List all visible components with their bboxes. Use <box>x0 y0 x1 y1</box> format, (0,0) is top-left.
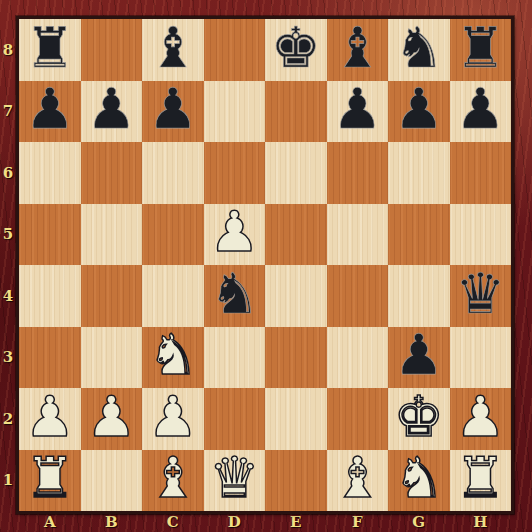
black-bishop[interactable]: ♝ <box>148 20 198 76</box>
square-e1[interactable] <box>265 450 327 512</box>
square-f1[interactable]: ♝ <box>327 450 389 512</box>
square-b4[interactable] <box>81 265 143 327</box>
square-d6[interactable] <box>204 142 266 204</box>
white-pawn[interactable]: ♟ <box>25 389 75 445</box>
square-e5[interactable] <box>265 204 327 266</box>
square-g5[interactable] <box>388 204 450 266</box>
square-g3[interactable]: ♟ <box>388 327 450 389</box>
rank-label-7: 7 <box>0 81 16 143</box>
square-d7[interactable] <box>204 81 266 143</box>
square-h2[interactable]: ♟ <box>450 388 512 450</box>
square-h7[interactable]: ♟ <box>450 81 512 143</box>
black-rook[interactable]: ♜ <box>25 20 75 76</box>
white-bishop[interactable]: ♝ <box>148 450 198 506</box>
file-labels: ABCDEFGH <box>19 512 511 531</box>
file-label-g: G <box>388 512 450 531</box>
black-pawn[interactable]: ♟ <box>332 81 382 137</box>
square-f8[interactable]: ♝ <box>327 19 389 81</box>
white-pawn[interactable]: ♟ <box>148 389 198 445</box>
square-d3[interactable] <box>204 327 266 389</box>
square-g8[interactable]: ♞ <box>388 19 450 81</box>
file-label-c: C <box>142 512 204 531</box>
file-label-f: F <box>327 512 389 531</box>
white-pawn[interactable]: ♟ <box>455 389 505 445</box>
square-d2[interactable] <box>204 388 266 450</box>
square-c1[interactable]: ♝ <box>142 450 204 512</box>
square-e8[interactable]: ♚ <box>265 19 327 81</box>
square-a1[interactable]: ♜ <box>19 450 81 512</box>
square-d4[interactable]: ♞ <box>204 265 266 327</box>
square-b6[interactable] <box>81 142 143 204</box>
square-a2[interactable]: ♟ <box>19 388 81 450</box>
square-c7[interactable]: ♟ <box>142 81 204 143</box>
rank-label-2: 2 <box>0 388 16 450</box>
white-rook[interactable]: ♜ <box>455 450 505 506</box>
square-e2[interactable] <box>265 388 327 450</box>
board-border: ♜♝♚♝♞♜♟♟♟♟♟♟♟♞♛♞♟♟♟♟♚♟♜♝♛♝♞♜ <box>16 16 514 514</box>
board-frame: 87654321 ABCDEFGH ♜♝♚♝♞♜♟♟♟♟♟♟♟♞♛♞♟♟♟♟♚♟… <box>0 0 532 532</box>
square-c5[interactable] <box>142 204 204 266</box>
square-a5[interactable] <box>19 204 81 266</box>
square-g1[interactable]: ♞ <box>388 450 450 512</box>
white-pawn[interactable]: ♟ <box>86 389 136 445</box>
square-e4[interactable] <box>265 265 327 327</box>
square-f5[interactable] <box>327 204 389 266</box>
square-g7[interactable]: ♟ <box>388 81 450 143</box>
square-c6[interactable] <box>142 142 204 204</box>
square-c2[interactable]: ♟ <box>142 388 204 450</box>
black-pawn[interactable]: ♟ <box>394 81 444 137</box>
square-b1[interactable] <box>81 450 143 512</box>
square-a7[interactable]: ♟ <box>19 81 81 143</box>
black-pawn[interactable]: ♟ <box>25 81 75 137</box>
white-pawn[interactable]: ♟ <box>209 204 259 260</box>
black-queen[interactable]: ♛ <box>455 266 505 322</box>
square-c3[interactable]: ♞ <box>142 327 204 389</box>
black-knight[interactable]: ♞ <box>209 266 259 322</box>
square-b8[interactable] <box>81 19 143 81</box>
black-pawn[interactable]: ♟ <box>148 81 198 137</box>
square-b2[interactable]: ♟ <box>81 388 143 450</box>
white-rook[interactable]: ♜ <box>25 450 75 506</box>
black-pawn[interactable]: ♟ <box>86 81 136 137</box>
square-d1[interactable]: ♛ <box>204 450 266 512</box>
square-b7[interactable]: ♟ <box>81 81 143 143</box>
square-g6[interactable] <box>388 142 450 204</box>
square-f3[interactable] <box>327 327 389 389</box>
rank-label-6: 6 <box>0 142 16 204</box>
square-f2[interactable] <box>327 388 389 450</box>
rank-label-8: 8 <box>0 19 16 81</box>
white-bishop[interactable]: ♝ <box>332 450 382 506</box>
white-knight[interactable]: ♞ <box>394 450 444 506</box>
rank-label-3: 3 <box>0 327 16 389</box>
white-king[interactable]: ♚ <box>394 389 444 445</box>
file-label-a: A <box>19 512 81 531</box>
square-h1[interactable]: ♜ <box>450 450 512 512</box>
chess-board: ♜♝♚♝♞♜♟♟♟♟♟♟♟♞♛♞♟♟♟♟♚♟♜♝♛♝♞♜ <box>19 19 511 511</box>
square-e6[interactable] <box>265 142 327 204</box>
square-f4[interactable] <box>327 265 389 327</box>
white-queen[interactable]: ♛ <box>209 450 259 506</box>
square-c8[interactable]: ♝ <box>142 19 204 81</box>
rank-labels: 87654321 <box>0 19 16 511</box>
square-h4[interactable]: ♛ <box>450 265 512 327</box>
black-king[interactable]: ♚ <box>271 20 321 76</box>
black-pawn[interactable]: ♟ <box>394 327 444 383</box>
rank-label-1: 1 <box>0 450 16 512</box>
square-e7[interactable] <box>265 81 327 143</box>
white-knight[interactable]: ♞ <box>148 327 198 383</box>
rank-label-5: 5 <box>0 204 16 266</box>
square-f6[interactable] <box>327 142 389 204</box>
square-g4[interactable] <box>388 265 450 327</box>
square-d8[interactable] <box>204 19 266 81</box>
square-h8[interactable]: ♜ <box>450 19 512 81</box>
square-a4[interactable] <box>19 265 81 327</box>
black-pawn[interactable]: ♟ <box>455 81 505 137</box>
square-a3[interactable] <box>19 327 81 389</box>
square-g2[interactable]: ♚ <box>388 388 450 450</box>
file-label-h: H <box>450 512 512 531</box>
file-label-b: B <box>81 512 143 531</box>
black-bishop[interactable]: ♝ <box>332 20 382 76</box>
square-b3[interactable] <box>81 327 143 389</box>
square-e3[interactable] <box>265 327 327 389</box>
square-a6[interactable] <box>19 142 81 204</box>
file-label-d: D <box>204 512 266 531</box>
black-knight[interactable]: ♞ <box>394 20 444 76</box>
rank-label-4: 4 <box>0 265 16 327</box>
square-h6[interactable] <box>450 142 512 204</box>
square-a8[interactable]: ♜ <box>19 19 81 81</box>
square-h3[interactable] <box>450 327 512 389</box>
black-rook[interactable]: ♜ <box>455 20 505 76</box>
square-d5[interactable]: ♟ <box>204 204 266 266</box>
file-label-e: E <box>265 512 327 531</box>
square-b5[interactable] <box>81 204 143 266</box>
square-h5[interactable] <box>450 204 512 266</box>
square-c4[interactable] <box>142 265 204 327</box>
square-f7[interactable]: ♟ <box>327 81 389 143</box>
